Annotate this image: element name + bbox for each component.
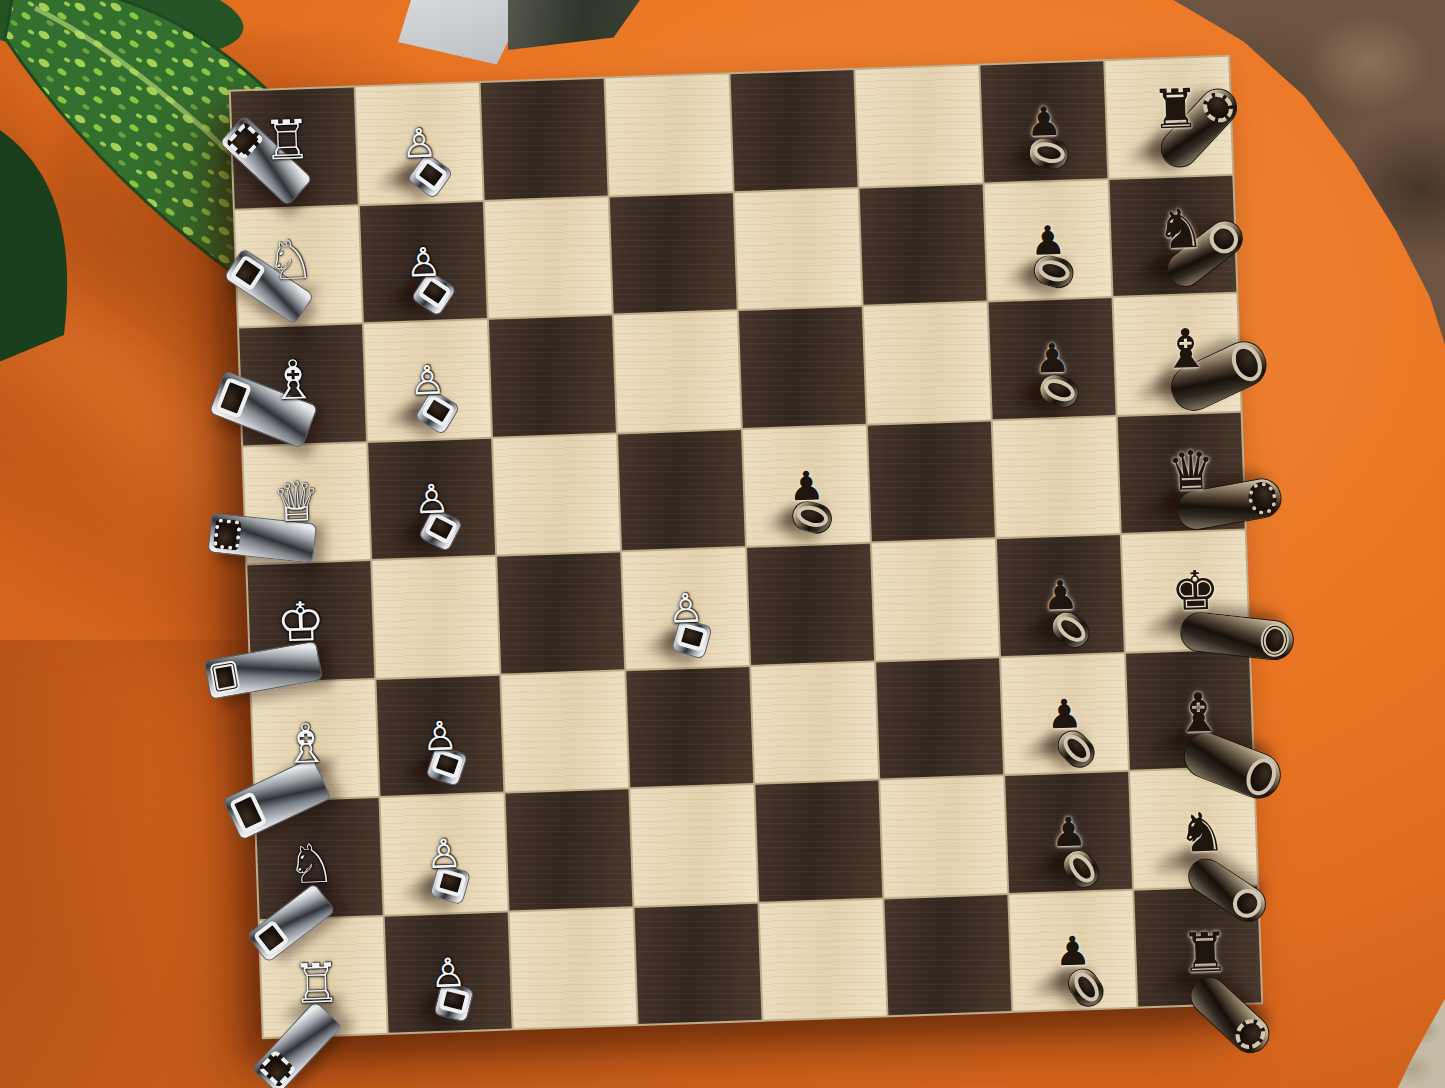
black-pawn-c7: ♟ — [989, 298, 1116, 419]
piece-cast-shadow — [1131, 478, 1213, 530]
square-g2: ♙ — [381, 794, 508, 915]
square-tube — [406, 152, 453, 199]
piece-glyph-pawn: ♟ — [1050, 812, 1087, 853]
tube-opening — [1031, 139, 1066, 165]
square-tube — [425, 744, 468, 787]
square-e4: ♙ — [622, 548, 749, 669]
square-g4 — [630, 785, 757, 906]
white-knight-b1: ♘ — [235, 206, 362, 327]
round-tube — [1030, 252, 1077, 292]
square-a3 — [481, 79, 608, 200]
piece-glyph-knight: ♞ — [1177, 806, 1227, 862]
square-e2 — [372, 557, 499, 678]
piece-cast-shadow — [1010, 600, 1092, 652]
square-d5: ♟ — [743, 425, 870, 546]
piece-cast-shadow — [269, 863, 351, 915]
piece-cast-shadow — [381, 504, 463, 556]
tube-opening — [1245, 480, 1278, 517]
square-a5 — [730, 70, 857, 191]
white-pawn-e4: ♙ — [622, 548, 749, 669]
tube-opening — [257, 1049, 296, 1088]
black-pawn-g7: ♟ — [1005, 772, 1132, 893]
square-f5 — [751, 662, 878, 783]
square-c5 — [739, 307, 866, 428]
photo-scene: ♖♙♟♜♘♙♟♞♗♙♟♝♕♙♟♛♔♙♟♚♗♙♟♝♘♙♟♞♖♙♟♜ — [0, 0, 1445, 1088]
square-g3 — [505, 789, 632, 910]
square-tube — [410, 270, 457, 317]
square-b2: ♙ — [360, 201, 487, 322]
piece-glyph-rook: ♖ — [291, 956, 341, 1012]
square-e8: ♚ — [1122, 531, 1249, 652]
piece-glyph-knight: ♘ — [265, 233, 315, 289]
piece-cast-shadow — [1135, 596, 1217, 648]
square-h7: ♟ — [1009, 890, 1136, 1011]
piece-cast-shadow — [1118, 122, 1200, 174]
square-f8: ♝ — [1126, 649, 1253, 770]
black-rook-h8: ♜ — [1134, 886, 1261, 1007]
round-tube — [788, 497, 835, 537]
square-f3 — [501, 671, 628, 792]
piece-glyph-king: ♔ — [276, 595, 326, 651]
white-pawn-f2: ♙ — [376, 675, 503, 796]
piece-glyph-king: ♚ — [1170, 564, 1220, 620]
square-h1: ♖ — [260, 916, 387, 1037]
round-tube — [1182, 969, 1277, 1061]
tube-opening — [1226, 339, 1267, 385]
tube-opening — [417, 275, 452, 309]
piece-glyph-pawn: ♟ — [1054, 930, 1091, 971]
piece-glyph-rook: ♜ — [1180, 925, 1230, 981]
black-bishop-c8: ♝ — [1114, 294, 1241, 415]
piece-glyph-rook: ♜ — [1150, 82, 1200, 138]
round-tube — [1152, 80, 1244, 175]
square-a4 — [606, 74, 733, 195]
piece-cast-shadow — [369, 149, 451, 201]
piece-glyph-pawn: ♟ — [788, 465, 825, 506]
piece-cast-shadow — [252, 390, 334, 442]
black-queen-d8: ♛ — [1118, 412, 1245, 533]
piece-glyph-pawn: ♙ — [421, 715, 458, 756]
tube-opening — [1064, 849, 1100, 887]
tube-opening — [1052, 611, 1090, 647]
tube-opening — [1203, 219, 1243, 259]
piece-glyph-pawn: ♟ — [1025, 101, 1062, 142]
piece-cast-shadow — [398, 978, 480, 1030]
square-d6 — [868, 421, 995, 542]
square-e7: ♟ — [997, 535, 1124, 656]
white-pawn-h2: ♙ — [385, 912, 512, 1033]
piece-glyph-pawn: ♙ — [430, 952, 467, 993]
white-rook-h1: ♖ — [260, 916, 387, 1037]
round-tube — [1159, 213, 1249, 294]
black-bishop-f8: ♝ — [1126, 649, 1253, 770]
square-b4 — [610, 193, 737, 314]
piece-cast-shadow — [1018, 837, 1100, 889]
tube-opening — [1058, 730, 1095, 767]
square-e6 — [872, 539, 999, 660]
square-b7: ♟ — [984, 180, 1111, 301]
black-pawn-f7: ♟ — [1001, 653, 1128, 774]
square-a2: ♙ — [356, 83, 483, 204]
piece-glyph-pawn: ♙ — [425, 833, 462, 874]
piece-cast-shadow — [1122, 241, 1204, 293]
black-king-e8: ♚ — [1122, 531, 1249, 652]
piece-glyph-pawn: ♟ — [1042, 575, 1079, 616]
square-h2: ♙ — [385, 912, 512, 1033]
square-c6 — [864, 302, 991, 423]
tube-opening — [413, 157, 448, 191]
square-tube — [429, 863, 471, 905]
piece-glyph-pawn: ♟ — [1029, 219, 1066, 260]
piece-cast-shadow — [260, 627, 342, 679]
piece-cast-shadow — [389, 741, 471, 793]
square-a8: ♜ — [1105, 57, 1232, 178]
piece-glyph-bishop: ♗ — [268, 353, 318, 409]
leaf-left — [0, 115, 67, 372]
piece-cast-shadow — [1002, 364, 1084, 416]
piece-cast-shadow — [373, 267, 455, 319]
piece-cast-shadow — [377, 385, 459, 437]
piece-glyph-pawn: ♙ — [401, 123, 438, 164]
piece-cast-shadow — [1022, 956, 1104, 1008]
square-d1: ♕ — [243, 443, 370, 564]
piece-glyph-bishop: ♝ — [1161, 322, 1211, 378]
black-knight-b8: ♞ — [1109, 175, 1236, 296]
square-c7: ♟ — [989, 298, 1116, 419]
round-tube — [1025, 134, 1070, 172]
round-tube — [1051, 724, 1100, 774]
square-g5 — [755, 781, 882, 902]
piece-cast-shadow — [394, 859, 476, 911]
round-tube — [1056, 843, 1104, 893]
tube-opening — [438, 986, 470, 1015]
piece-glyph-pawn: ♙ — [667, 588, 704, 629]
square-h5 — [759, 899, 886, 1020]
tube-opening — [420, 394, 455, 428]
piece-glyph-pawn: ♙ — [409, 360, 446, 401]
square-d4 — [618, 430, 745, 551]
white-bishop-f1: ♗ — [251, 680, 378, 801]
square-d7 — [993, 417, 1120, 538]
square-e3 — [497, 552, 624, 673]
white-rook-a1: ♖ — [231, 87, 358, 208]
square-tube — [417, 507, 463, 553]
tube-opening — [209, 659, 240, 693]
tube-opening — [423, 512, 457, 545]
square-f2: ♙ — [376, 675, 503, 796]
tube-opening — [1197, 86, 1239, 128]
piece-cast-shadow — [273, 982, 355, 1034]
piece-glyph-pawn: ♙ — [413, 478, 450, 519]
square-b8: ♞ — [1109, 175, 1236, 296]
white-pawn-g2: ♙ — [381, 794, 508, 915]
square-g7: ♟ — [1005, 772, 1132, 893]
white-knight-g1: ♘ — [256, 798, 383, 919]
piece-cast-shadow — [1014, 719, 1096, 771]
square-c3 — [489, 316, 616, 437]
tube-opening — [676, 622, 708, 652]
white-bishop-c1: ♗ — [239, 324, 366, 445]
square-e5 — [747, 544, 874, 665]
square-a7: ♟ — [980, 61, 1107, 182]
square-c8: ♝ — [1114, 294, 1241, 415]
round-tube — [1062, 963, 1109, 1013]
black-pawn-e7: ♟ — [997, 535, 1124, 656]
white-queen-d1: ♕ — [243, 443, 370, 564]
black-pawn-h7: ♟ — [1009, 890, 1136, 1011]
piece-cast-shadow — [993, 127, 1075, 179]
white-pawn-a2: ♙ — [356, 83, 483, 204]
piece-cast-shadow — [248, 271, 330, 323]
square-a6 — [855, 66, 982, 187]
piece-cast-shadow — [1147, 951, 1229, 1003]
square-c2: ♙ — [364, 320, 491, 441]
chess-board: ♖♙♟♜♘♙♟♞♗♙♟♝♕♙♟♛♔♙♟♚♗♙♟♝♘♙♟♞♖♙♟♜ — [229, 55, 1264, 1039]
piece-cast-shadow — [998, 245, 1080, 297]
square-tube — [207, 512, 317, 563]
white-pawn-c2: ♙ — [364, 320, 491, 441]
square-b1: ♘ — [235, 206, 362, 327]
square-e1: ♔ — [247, 561, 374, 682]
piece-cast-shadow — [635, 614, 717, 666]
piece-cast-shadow — [265, 745, 347, 797]
square-f6 — [876, 658, 1003, 779]
tube-opening — [430, 749, 463, 779]
square-d8: ♛ — [1118, 412, 1245, 533]
white-king-e1: ♔ — [247, 561, 374, 682]
square-g6 — [880, 776, 1007, 897]
tube-opening — [225, 121, 264, 160]
piece-glyph-pawn: ♟ — [1033, 338, 1070, 379]
square-tube — [413, 388, 460, 435]
piece-glyph-rook: ♖ — [262, 113, 312, 169]
round-tube — [1173, 475, 1284, 533]
white-pawn-b2: ♙ — [360, 201, 487, 322]
tube-opening — [212, 518, 241, 551]
round-tube — [1163, 333, 1273, 417]
square-g8: ♞ — [1130, 767, 1257, 888]
square-b5 — [735, 188, 862, 309]
square-h4 — [635, 903, 762, 1024]
tube-opening — [434, 868, 466, 898]
piece-glyph-knight: ♞ — [1156, 202, 1206, 258]
piece-glyph-pawn: ♟ — [1046, 693, 1083, 734]
square-tube — [223, 248, 315, 325]
square-tube — [218, 114, 313, 206]
round-tube — [1045, 605, 1095, 653]
black-rook-a8: ♜ — [1105, 57, 1232, 178]
piece-cast-shadow — [1127, 359, 1209, 411]
square-h8: ♜ — [1134, 886, 1261, 1007]
square-h6 — [884, 895, 1011, 1016]
piece-glyph-queen: ♕ — [272, 475, 322, 531]
tube-opening — [229, 254, 266, 291]
square-f7: ♟ — [1001, 653, 1128, 774]
square-f1: ♗ — [251, 680, 378, 801]
tube-opening — [1259, 622, 1290, 657]
square-tube — [251, 1000, 343, 1088]
piece-cast-shadow — [256, 508, 338, 560]
piece-glyph-queen: ♛ — [1166, 443, 1216, 499]
piece-glyph-pawn: ♙ — [405, 241, 442, 282]
piece-cast-shadow — [1143, 833, 1225, 885]
tube-opening — [1040, 375, 1077, 405]
black-pawn-b7: ♟ — [984, 180, 1111, 301]
piece-glyph-knight: ♘ — [286, 837, 336, 893]
square-tube — [433, 981, 474, 1022]
square-g1: ♘ — [256, 798, 383, 919]
tube-opening — [1229, 1013, 1271, 1055]
square-d2: ♙ — [368, 438, 495, 559]
square-b6 — [860, 184, 987, 305]
round-tube — [1034, 369, 1082, 412]
square-b3 — [485, 197, 612, 318]
black-pawn-d5: ♟ — [743, 425, 870, 546]
piece-glyph-bishop: ♗ — [281, 716, 331, 772]
tube-opening — [794, 502, 830, 530]
square-c1: ♗ — [239, 324, 366, 445]
square-d3 — [493, 434, 620, 555]
piece-cast-shadow — [1139, 715, 1221, 767]
wall-shadow-top-left — [508, 0, 640, 50]
tube-opening — [1035, 257, 1071, 285]
black-pawn-a7: ♟ — [980, 61, 1107, 182]
square-a1: ♖ — [231, 87, 358, 208]
square-f4 — [626, 666, 753, 787]
square-h3 — [510, 908, 637, 1029]
floor-bottom-right — [1386, 992, 1445, 1088]
white-pawn-d2: ♙ — [368, 438, 495, 559]
tube-opening — [1069, 968, 1104, 1006]
square-tube — [670, 617, 712, 659]
square-c4 — [614, 311, 741, 432]
piece-cast-shadow — [756, 491, 838, 543]
piece-cast-shadow — [244, 153, 326, 205]
piece-glyph-bishop: ♝ — [1173, 685, 1223, 741]
black-knight-g8: ♞ — [1130, 767, 1257, 888]
